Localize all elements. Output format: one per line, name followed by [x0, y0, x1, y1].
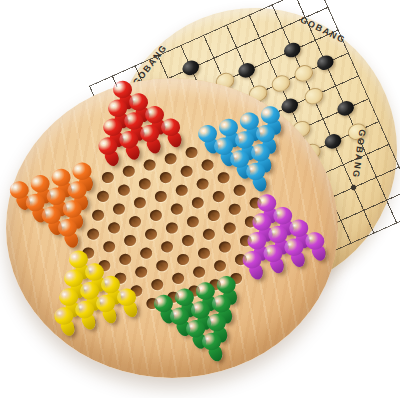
board-hole[interactable] — [100, 171, 115, 185]
board-hole[interactable] — [227, 202, 242, 216]
board-hole[interactable] — [164, 221, 179, 235]
board-hole[interactable] — [95, 189, 110, 203]
board-hole[interactable] — [217, 240, 232, 254]
board-hole[interactable] — [121, 164, 136, 178]
board-hole[interactable] — [139, 246, 154, 260]
board-hole[interactable] — [148, 208, 163, 222]
board-hole[interactable] — [91, 208, 106, 222]
board-hole[interactable] — [192, 265, 207, 279]
board-hole[interactable] — [134, 265, 149, 279]
board-hole[interactable] — [184, 146, 199, 160]
board-hole[interactable] — [116, 183, 131, 197]
stone-black[interactable] — [322, 132, 343, 152]
product-photo-scene: GOBANG GOBANG GOBANG — [0, 0, 400, 398]
board-hole[interactable] — [190, 196, 205, 210]
board-hole[interactable] — [111, 202, 126, 216]
board-hole[interactable] — [158, 171, 173, 185]
board-hole[interactable] — [142, 158, 157, 172]
board-hole[interactable] — [180, 234, 195, 248]
board-hole[interactable] — [150, 278, 165, 292]
board-hole[interactable] — [86, 227, 101, 241]
board-hole[interactable] — [216, 171, 231, 185]
board-hole[interactable] — [144, 227, 159, 241]
board-hole[interactable] — [171, 271, 186, 285]
board-hole[interactable] — [137, 177, 152, 191]
board-hole[interactable] — [213, 259, 228, 273]
stone-black[interactable] — [335, 99, 356, 119]
board-hole[interactable] — [174, 183, 189, 197]
board-hole[interactable] — [232, 183, 247, 197]
board-hole[interactable] — [206, 209, 221, 223]
stone-black[interactable] — [314, 53, 335, 73]
chinese-checkers-board — [6, 78, 338, 378]
board-hole[interactable] — [123, 234, 138, 248]
board-hole[interactable] — [118, 252, 133, 266]
board-hole[interactable] — [195, 177, 210, 191]
board-hole[interactable] — [179, 164, 194, 178]
board-hole[interactable] — [201, 227, 216, 241]
board-hole[interactable] — [211, 190, 226, 204]
board-hole[interactable] — [153, 190, 168, 204]
board-hole[interactable] — [163, 152, 178, 166]
board-hole[interactable] — [107, 221, 122, 235]
board-hole[interactable] — [155, 259, 170, 273]
board-hole[interactable] — [169, 202, 184, 216]
star-point — [350, 184, 357, 191]
board-hole[interactable] — [127, 215, 142, 229]
board-hole[interactable] — [185, 215, 200, 229]
board-hole[interactable] — [176, 253, 191, 267]
board-hole[interactable] — [200, 158, 215, 172]
board-hole[interactable] — [222, 221, 237, 235]
board-hole[interactable] — [102, 240, 117, 254]
board-hole[interactable] — [196, 246, 211, 260]
board-hole[interactable] — [132, 196, 147, 210]
board-hole[interactable] — [160, 240, 175, 254]
stone-white[interactable] — [302, 85, 326, 107]
